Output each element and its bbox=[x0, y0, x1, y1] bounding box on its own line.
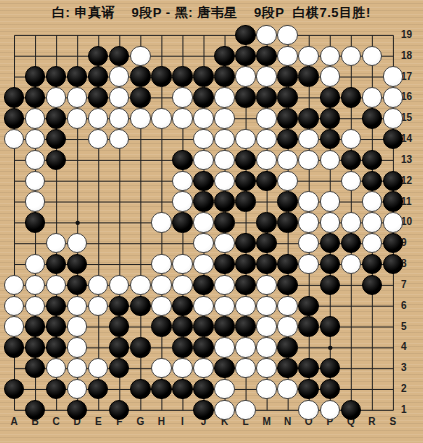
intersection-B3[interactable] bbox=[25, 358, 46, 379]
intersection-O19[interactable] bbox=[298, 25, 319, 46]
intersection-F5[interactable] bbox=[109, 316, 130, 337]
intersection-O18[interactable] bbox=[298, 45, 319, 66]
intersection-P14[interactable] bbox=[319, 129, 340, 150]
intersection-G14[interactable] bbox=[130, 129, 151, 150]
intersection-K13[interactable] bbox=[214, 150, 235, 171]
intersection-B4[interactable] bbox=[25, 337, 46, 358]
intersection-G16[interactable] bbox=[130, 87, 151, 108]
intersection-C3[interactable] bbox=[46, 358, 67, 379]
intersection-Q15[interactable] bbox=[340, 108, 361, 129]
intersection-L11[interactable] bbox=[235, 191, 256, 212]
intersection-M13[interactable] bbox=[256, 150, 277, 171]
intersection-G4[interactable] bbox=[130, 337, 151, 358]
intersection-Q9[interactable] bbox=[340, 233, 361, 254]
intersection-N9[interactable] bbox=[277, 233, 298, 254]
intersection-B18[interactable] bbox=[25, 45, 46, 66]
intersection-F9[interactable] bbox=[109, 233, 130, 254]
intersection-B15[interactable] bbox=[25, 108, 46, 129]
intersection-C2[interactable] bbox=[46, 379, 67, 400]
intersection-K9[interactable] bbox=[214, 233, 235, 254]
intersection-F15[interactable] bbox=[109, 108, 130, 129]
intersection-N17[interactable] bbox=[277, 66, 298, 87]
intersection-J4[interactable] bbox=[193, 337, 214, 358]
intersection-Q2[interactable] bbox=[340, 379, 361, 400]
intersection-K10[interactable] bbox=[214, 212, 235, 233]
intersection-G7[interactable] bbox=[130, 275, 151, 296]
intersection-N15[interactable] bbox=[277, 108, 298, 129]
intersection-H2[interactable] bbox=[151, 379, 172, 400]
intersection-D9[interactable] bbox=[67, 233, 88, 254]
intersection-D3[interactable] bbox=[67, 358, 88, 379]
intersection-C12[interactable] bbox=[46, 170, 67, 191]
intersection-M16[interactable] bbox=[256, 87, 277, 108]
intersection-C7[interactable] bbox=[46, 275, 67, 296]
intersection-E18[interactable] bbox=[88, 45, 109, 66]
go-board[interactable] bbox=[4, 25, 404, 421]
intersection-A10[interactable] bbox=[4, 212, 25, 233]
intersection-O6[interactable] bbox=[298, 295, 319, 316]
intersection-G10[interactable] bbox=[130, 212, 151, 233]
intersection-J17[interactable] bbox=[193, 66, 214, 87]
intersection-E3[interactable] bbox=[88, 358, 109, 379]
intersection-E11[interactable] bbox=[88, 191, 109, 212]
intersection-P9[interactable] bbox=[319, 233, 340, 254]
intersection-A17[interactable] bbox=[4, 66, 25, 87]
intersection-N19[interactable] bbox=[277, 25, 298, 46]
intersection-G13[interactable] bbox=[130, 150, 151, 171]
intersection-A4[interactable] bbox=[4, 337, 25, 358]
intersection-M8[interactable] bbox=[256, 254, 277, 275]
intersection-R15[interactable] bbox=[361, 108, 382, 129]
intersection-L17[interactable] bbox=[235, 66, 256, 87]
intersection-P18[interactable] bbox=[319, 45, 340, 66]
intersection-Q7[interactable] bbox=[340, 275, 361, 296]
intersection-S16[interactable] bbox=[382, 87, 403, 108]
intersection-N12[interactable] bbox=[277, 170, 298, 191]
intersection-K17[interactable] bbox=[214, 66, 235, 87]
intersection-D12[interactable] bbox=[67, 170, 88, 191]
intersection-I3[interactable] bbox=[172, 358, 193, 379]
intersection-O8[interactable] bbox=[298, 254, 319, 275]
intersection-G19[interactable] bbox=[130, 25, 151, 46]
intersection-I11[interactable] bbox=[172, 191, 193, 212]
intersection-D4[interactable] bbox=[67, 337, 88, 358]
intersection-R14[interactable] bbox=[361, 129, 382, 150]
intersection-O15[interactable] bbox=[298, 108, 319, 129]
intersection-K19[interactable] bbox=[214, 25, 235, 46]
intersection-H7[interactable] bbox=[151, 275, 172, 296]
intersection-J18[interactable] bbox=[193, 45, 214, 66]
intersection-J5[interactable] bbox=[193, 316, 214, 337]
intersection-M10[interactable] bbox=[256, 212, 277, 233]
intersection-E2[interactable] bbox=[88, 379, 109, 400]
intersection-F4[interactable] bbox=[109, 337, 130, 358]
intersection-H14[interactable] bbox=[151, 129, 172, 150]
intersection-Q5[interactable] bbox=[340, 316, 361, 337]
intersection-O13[interactable] bbox=[298, 150, 319, 171]
intersection-C19[interactable] bbox=[46, 25, 67, 46]
intersection-O9[interactable] bbox=[298, 233, 319, 254]
intersection-I2[interactable] bbox=[172, 379, 193, 400]
intersection-R16[interactable] bbox=[361, 87, 382, 108]
intersection-H18[interactable] bbox=[151, 45, 172, 66]
intersection-I14[interactable] bbox=[172, 129, 193, 150]
intersection-D17[interactable] bbox=[67, 66, 88, 87]
intersection-I19[interactable] bbox=[172, 25, 193, 46]
intersection-S10[interactable] bbox=[382, 212, 403, 233]
intersection-B16[interactable] bbox=[25, 87, 46, 108]
intersection-Q17[interactable] bbox=[340, 66, 361, 87]
intersection-Q8[interactable] bbox=[340, 254, 361, 275]
intersection-G17[interactable] bbox=[130, 66, 151, 87]
intersection-N14[interactable] bbox=[277, 129, 298, 150]
intersection-H16[interactable] bbox=[151, 87, 172, 108]
intersection-A7[interactable] bbox=[4, 275, 25, 296]
intersection-H4[interactable] bbox=[151, 337, 172, 358]
intersection-A19[interactable] bbox=[4, 25, 25, 46]
intersection-C17[interactable] bbox=[46, 66, 67, 87]
intersection-J1[interactable] bbox=[193, 400, 214, 421]
intersection-Q12[interactable] bbox=[340, 170, 361, 191]
intersection-D18[interactable] bbox=[67, 45, 88, 66]
intersection-E14[interactable] bbox=[88, 129, 109, 150]
intersection-S8[interactable] bbox=[382, 254, 403, 275]
intersection-M9[interactable] bbox=[256, 233, 277, 254]
intersection-S15[interactable] bbox=[382, 108, 403, 129]
intersection-H3[interactable] bbox=[151, 358, 172, 379]
intersection-J2[interactable] bbox=[193, 379, 214, 400]
intersection-I7[interactable] bbox=[172, 275, 193, 296]
intersection-Q18[interactable] bbox=[340, 45, 361, 66]
intersection-Q10[interactable] bbox=[340, 212, 361, 233]
intersection-E4[interactable] bbox=[88, 337, 109, 358]
intersection-H9[interactable] bbox=[151, 233, 172, 254]
intersection-R11[interactable] bbox=[361, 191, 382, 212]
intersection-L12[interactable] bbox=[235, 170, 256, 191]
intersection-H17[interactable] bbox=[151, 66, 172, 87]
intersection-G2[interactable] bbox=[130, 379, 151, 400]
intersection-N5[interactable] bbox=[277, 316, 298, 337]
intersection-I4[interactable] bbox=[172, 337, 193, 358]
intersection-D6[interactable] bbox=[67, 295, 88, 316]
intersection-L2[interactable] bbox=[235, 379, 256, 400]
intersection-J16[interactable] bbox=[193, 87, 214, 108]
intersection-B10[interactable] bbox=[25, 212, 46, 233]
intersection-I17[interactable] bbox=[172, 66, 193, 87]
intersection-K15[interactable] bbox=[214, 108, 235, 129]
intersection-D14[interactable] bbox=[67, 129, 88, 150]
intersection-H5[interactable] bbox=[151, 316, 172, 337]
intersection-R3[interactable] bbox=[361, 358, 382, 379]
intersection-A16[interactable] bbox=[4, 87, 25, 108]
intersection-Q19[interactable] bbox=[340, 25, 361, 46]
intersection-N8[interactable] bbox=[277, 254, 298, 275]
intersection-M19[interactable] bbox=[256, 25, 277, 46]
intersection-E15[interactable] bbox=[88, 108, 109, 129]
intersection-O12[interactable] bbox=[298, 170, 319, 191]
intersection-P2[interactable] bbox=[319, 379, 340, 400]
intersection-L10[interactable] bbox=[235, 212, 256, 233]
intersection-B17[interactable] bbox=[25, 66, 46, 87]
intersection-E8[interactable] bbox=[88, 254, 109, 275]
intersection-A8[interactable] bbox=[4, 254, 25, 275]
intersection-I9[interactable] bbox=[172, 233, 193, 254]
intersection-C6[interactable] bbox=[46, 295, 67, 316]
intersection-R5[interactable] bbox=[361, 316, 382, 337]
intersection-P10[interactable] bbox=[319, 212, 340, 233]
intersection-D10[interactable] bbox=[67, 212, 88, 233]
intersection-L19[interactable] bbox=[235, 25, 256, 46]
intersection-O7[interactable] bbox=[298, 275, 319, 296]
intersection-K12[interactable] bbox=[214, 170, 235, 191]
intersection-P7[interactable] bbox=[319, 275, 340, 296]
intersection-G12[interactable] bbox=[130, 170, 151, 191]
intersection-D15[interactable] bbox=[67, 108, 88, 129]
intersection-R2[interactable] bbox=[361, 379, 382, 400]
intersection-M18[interactable] bbox=[256, 45, 277, 66]
intersection-F16[interactable] bbox=[109, 87, 130, 108]
intersection-A2[interactable] bbox=[4, 379, 25, 400]
intersection-C4[interactable] bbox=[46, 337, 67, 358]
intersection-P16[interactable] bbox=[319, 87, 340, 108]
intersection-Q16[interactable] bbox=[340, 87, 361, 108]
intersection-M2[interactable] bbox=[256, 379, 277, 400]
intersection-Q13[interactable] bbox=[340, 150, 361, 171]
intersection-G8[interactable] bbox=[130, 254, 151, 275]
intersection-E19[interactable] bbox=[88, 25, 109, 46]
intersection-D8[interactable] bbox=[67, 254, 88, 275]
intersection-M15[interactable] bbox=[256, 108, 277, 129]
intersection-A9[interactable] bbox=[4, 233, 25, 254]
intersection-E10[interactable] bbox=[88, 212, 109, 233]
intersection-S12[interactable] bbox=[382, 170, 403, 191]
intersection-P13[interactable] bbox=[319, 150, 340, 171]
intersection-P5[interactable] bbox=[319, 316, 340, 337]
intersection-N6[interactable] bbox=[277, 295, 298, 316]
intersection-M11[interactable] bbox=[256, 191, 277, 212]
intersection-F14[interactable] bbox=[109, 129, 130, 150]
intersection-I6[interactable] bbox=[172, 295, 193, 316]
intersection-P15[interactable] bbox=[319, 108, 340, 129]
intersection-D11[interactable] bbox=[67, 191, 88, 212]
intersection-D13[interactable] bbox=[67, 150, 88, 171]
intersection-A5[interactable] bbox=[4, 316, 25, 337]
intersection-N7[interactable] bbox=[277, 275, 298, 296]
intersection-O3[interactable] bbox=[298, 358, 319, 379]
intersection-K8[interactable] bbox=[214, 254, 235, 275]
intersection-K16[interactable] bbox=[214, 87, 235, 108]
intersection-A18[interactable] bbox=[4, 45, 25, 66]
intersection-M3[interactable] bbox=[256, 358, 277, 379]
intersection-H11[interactable] bbox=[151, 191, 172, 212]
intersection-K7[interactable] bbox=[214, 275, 235, 296]
intersection-L9[interactable] bbox=[235, 233, 256, 254]
intersection-K2[interactable] bbox=[214, 379, 235, 400]
intersection-I12[interactable] bbox=[172, 170, 193, 191]
intersection-R10[interactable] bbox=[361, 212, 382, 233]
intersection-M7[interactable] bbox=[256, 275, 277, 296]
intersection-C11[interactable] bbox=[46, 191, 67, 212]
intersection-P12[interactable] bbox=[319, 170, 340, 191]
intersection-L3[interactable] bbox=[235, 358, 256, 379]
intersection-F8[interactable] bbox=[109, 254, 130, 275]
intersection-S9[interactable] bbox=[382, 233, 403, 254]
intersection-C5[interactable] bbox=[46, 316, 67, 337]
intersection-K18[interactable] bbox=[214, 45, 235, 66]
intersection-F2[interactable] bbox=[109, 379, 130, 400]
intersection-O16[interactable] bbox=[298, 87, 319, 108]
intersection-M6[interactable] bbox=[256, 295, 277, 316]
intersection-B14[interactable] bbox=[25, 129, 46, 150]
intersection-P3[interactable] bbox=[319, 358, 340, 379]
intersection-B11[interactable] bbox=[25, 191, 46, 212]
intersection-B9[interactable] bbox=[25, 233, 46, 254]
intersection-R17[interactable] bbox=[361, 66, 382, 87]
intersection-B19[interactable] bbox=[25, 25, 46, 46]
intersection-C8[interactable] bbox=[46, 254, 67, 275]
intersection-I13[interactable] bbox=[172, 150, 193, 171]
intersection-F10[interactable] bbox=[109, 212, 130, 233]
intersection-O14[interactable] bbox=[298, 129, 319, 150]
intersection-C9[interactable] bbox=[46, 233, 67, 254]
intersection-H6[interactable] bbox=[151, 295, 172, 316]
intersection-K5[interactable] bbox=[214, 316, 235, 337]
intersection-F6[interactable] bbox=[109, 295, 130, 316]
intersection-A12[interactable] bbox=[4, 170, 25, 191]
intersection-E9[interactable] bbox=[88, 233, 109, 254]
intersection-A13[interactable] bbox=[4, 150, 25, 171]
intersection-A3[interactable] bbox=[4, 358, 25, 379]
intersection-L15[interactable] bbox=[235, 108, 256, 129]
intersection-J11[interactable] bbox=[193, 191, 214, 212]
intersection-L1[interactable] bbox=[235, 400, 256, 421]
intersection-K6[interactable] bbox=[214, 295, 235, 316]
intersection-J7[interactable] bbox=[193, 275, 214, 296]
intersection-R18[interactable] bbox=[361, 45, 382, 66]
intersection-E12[interactable] bbox=[88, 170, 109, 191]
intersection-Q3[interactable] bbox=[340, 358, 361, 379]
intersection-G6[interactable] bbox=[130, 295, 151, 316]
intersection-H8[interactable] bbox=[151, 254, 172, 275]
intersection-Q6[interactable] bbox=[340, 295, 361, 316]
intersection-R9[interactable] bbox=[361, 233, 382, 254]
intersection-J14[interactable] bbox=[193, 129, 214, 150]
intersection-P6[interactable] bbox=[319, 295, 340, 316]
intersection-K11[interactable] bbox=[214, 191, 235, 212]
intersection-M14[interactable] bbox=[256, 129, 277, 150]
intersection-A14[interactable] bbox=[4, 129, 25, 150]
intersection-R12[interactable] bbox=[361, 170, 382, 191]
intersection-C10[interactable] bbox=[46, 212, 67, 233]
intersection-B6[interactable] bbox=[25, 295, 46, 316]
intersection-O4[interactable] bbox=[298, 337, 319, 358]
intersection-L7[interactable] bbox=[235, 275, 256, 296]
intersection-P17[interactable] bbox=[319, 66, 340, 87]
intersection-C15[interactable] bbox=[46, 108, 67, 129]
intersection-I18[interactable] bbox=[172, 45, 193, 66]
intersection-F7[interactable] bbox=[109, 275, 130, 296]
intersection-J12[interactable] bbox=[193, 170, 214, 191]
intersection-I10[interactable] bbox=[172, 212, 193, 233]
intersection-S14[interactable] bbox=[382, 129, 403, 150]
intersection-F17[interactable] bbox=[109, 66, 130, 87]
intersection-P4[interactable] bbox=[319, 337, 340, 358]
intersection-K14[interactable] bbox=[214, 129, 235, 150]
intersection-L8[interactable] bbox=[235, 254, 256, 275]
intersection-P19[interactable] bbox=[319, 25, 340, 46]
intersection-D7[interactable] bbox=[67, 275, 88, 296]
intersection-J13[interactable] bbox=[193, 150, 214, 171]
intersection-G18[interactable] bbox=[130, 45, 151, 66]
intersection-E7[interactable] bbox=[88, 275, 109, 296]
intersection-P8[interactable] bbox=[319, 254, 340, 275]
intersection-J3[interactable] bbox=[193, 358, 214, 379]
intersection-A11[interactable] bbox=[4, 191, 25, 212]
intersection-H15[interactable] bbox=[151, 108, 172, 129]
intersection-G9[interactable] bbox=[130, 233, 151, 254]
intersection-R7[interactable] bbox=[361, 275, 382, 296]
intersection-F18[interactable] bbox=[109, 45, 130, 66]
intersection-C14[interactable] bbox=[46, 129, 67, 150]
intersection-N4[interactable] bbox=[277, 337, 298, 358]
intersection-I8[interactable] bbox=[172, 254, 193, 275]
intersection-F12[interactable] bbox=[109, 170, 130, 191]
intersection-C13[interactable] bbox=[46, 150, 67, 171]
intersection-N11[interactable] bbox=[277, 191, 298, 212]
intersection-F11[interactable] bbox=[109, 191, 130, 212]
intersection-B2[interactable] bbox=[25, 379, 46, 400]
intersection-N13[interactable] bbox=[277, 150, 298, 171]
intersection-N16[interactable] bbox=[277, 87, 298, 108]
intersection-N10[interactable] bbox=[277, 212, 298, 233]
intersection-J6[interactable] bbox=[193, 295, 214, 316]
intersection-E13[interactable] bbox=[88, 150, 109, 171]
intersection-J9[interactable] bbox=[193, 233, 214, 254]
intersection-B13[interactable] bbox=[25, 150, 46, 171]
intersection-K3[interactable] bbox=[214, 358, 235, 379]
intersection-E16[interactable] bbox=[88, 87, 109, 108]
intersection-N3[interactable] bbox=[277, 358, 298, 379]
intersection-N18[interactable] bbox=[277, 45, 298, 66]
intersection-J10[interactable] bbox=[193, 212, 214, 233]
intersection-R8[interactable] bbox=[361, 254, 382, 275]
intersection-H12[interactable] bbox=[151, 170, 172, 191]
intersection-K1[interactable] bbox=[214, 400, 235, 421]
intersection-L4[interactable] bbox=[235, 337, 256, 358]
intersection-J15[interactable] bbox=[193, 108, 214, 129]
intersection-B12[interactable] bbox=[25, 170, 46, 191]
intersection-S17[interactable] bbox=[382, 66, 403, 87]
intersection-S11[interactable] bbox=[382, 191, 403, 212]
intersection-L13[interactable] bbox=[235, 150, 256, 171]
intersection-L18[interactable] bbox=[235, 45, 256, 66]
intersection-C18[interactable] bbox=[46, 45, 67, 66]
intersection-O2[interactable] bbox=[298, 379, 319, 400]
intersection-A6[interactable] bbox=[4, 295, 25, 316]
intersection-I16[interactable] bbox=[172, 87, 193, 108]
intersection-Q4[interactable] bbox=[340, 337, 361, 358]
intersection-H13[interactable] bbox=[151, 150, 172, 171]
intersection-B7[interactable] bbox=[25, 275, 46, 296]
intersection-L5[interactable] bbox=[235, 316, 256, 337]
intersection-K4[interactable] bbox=[214, 337, 235, 358]
intersection-R13[interactable] bbox=[361, 150, 382, 171]
intersection-L6[interactable] bbox=[235, 295, 256, 316]
intersection-F13[interactable] bbox=[109, 150, 130, 171]
intersection-O17[interactable] bbox=[298, 66, 319, 87]
intersection-G5[interactable] bbox=[130, 316, 151, 337]
intersection-P11[interactable] bbox=[319, 191, 340, 212]
